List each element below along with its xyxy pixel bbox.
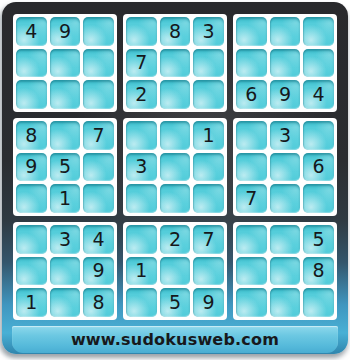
- cell-r3c2[interactable]: [50, 80, 81, 109]
- cell-r8c9[interactable]: 8: [303, 257, 334, 286]
- cell-r3c3[interactable]: [83, 80, 114, 109]
- cell-r4c3[interactable]: 7: [83, 121, 114, 150]
- cell-r8c4[interactable]: 1: [126, 257, 157, 286]
- cell-r3c5[interactable]: [160, 80, 191, 109]
- box-4: 13: [123, 118, 227, 216]
- cell-r2c7[interactable]: [236, 49, 267, 78]
- cell-r5c9[interactable]: 6: [303, 153, 334, 182]
- cell-r6c7[interactable]: 7: [236, 184, 267, 213]
- cell-r6c4[interactable]: [126, 184, 157, 213]
- cell-r7c3[interactable]: 4: [83, 225, 114, 254]
- cell-r8c6[interactable]: [193, 257, 224, 286]
- cell-r2c2[interactable]: [50, 49, 81, 78]
- cell-r4c1[interactable]: 8: [16, 121, 47, 150]
- cell-r9c2[interactable]: [50, 288, 81, 317]
- cell-r9c5[interactable]: 5: [160, 288, 191, 317]
- box-2: 694: [233, 14, 337, 112]
- cell-r4c5[interactable]: [160, 121, 191, 150]
- cell-r7c1[interactable]: [16, 225, 47, 254]
- cell-r8c5[interactable]: [160, 257, 191, 286]
- cell-r4c4[interactable]: [126, 121, 157, 150]
- cell-r3c8[interactable]: 9: [270, 80, 301, 109]
- cell-r8c1[interactable]: [16, 257, 47, 286]
- cell-r5c5[interactable]: [160, 153, 191, 182]
- box-1: 8372: [123, 14, 227, 112]
- cell-r6c3[interactable]: [83, 184, 114, 213]
- cell-r2c8[interactable]: [270, 49, 301, 78]
- cell-r6c2[interactable]: 1: [50, 184, 81, 213]
- cell-r7c6[interactable]: 7: [193, 225, 224, 254]
- cell-r2c1[interactable]: [16, 49, 47, 78]
- sudoku-frame: 4983726948795113367349182715958 www.sudo…: [2, 2, 348, 354]
- cell-r1c4[interactable]: [126, 17, 157, 46]
- footer-bar: www.sudokusweb.com: [12, 326, 338, 353]
- cell-r4c6[interactable]: 1: [193, 121, 224, 150]
- cell-r9c1[interactable]: 1: [16, 288, 47, 317]
- cell-r5c1[interactable]: 9: [16, 153, 47, 182]
- box-6: 34918: [13, 222, 117, 320]
- cell-r2c9[interactable]: [303, 49, 334, 78]
- cell-r3c4[interactable]: 2: [126, 80, 157, 109]
- cell-r6c9[interactable]: [303, 184, 334, 213]
- cell-r9c4[interactable]: [126, 288, 157, 317]
- cell-r5c8[interactable]: [270, 153, 301, 182]
- cell-r7c8[interactable]: [270, 225, 301, 254]
- cell-r2c4[interactable]: 7: [126, 49, 157, 78]
- box-0: 49: [13, 14, 117, 112]
- cell-r5c6[interactable]: [193, 153, 224, 182]
- cell-r1c7[interactable]: [236, 17, 267, 46]
- sudoku-board: 4983726948795113367349182715958: [13, 14, 337, 320]
- cell-r5c3[interactable]: [83, 153, 114, 182]
- cell-r4c2[interactable]: [50, 121, 81, 150]
- cell-r1c8[interactable]: [270, 17, 301, 46]
- cell-r1c1[interactable]: 4: [16, 17, 47, 46]
- cell-r3c7[interactable]: 6: [236, 80, 267, 109]
- box-7: 27159: [123, 222, 227, 320]
- cell-r5c7[interactable]: [236, 153, 267, 182]
- cell-r1c5[interactable]: 8: [160, 17, 191, 46]
- cell-r5c4[interactable]: 3: [126, 153, 157, 182]
- cell-r8c3[interactable]: 9: [83, 257, 114, 286]
- cell-r1c9[interactable]: [303, 17, 334, 46]
- cell-r9c9[interactable]: [303, 288, 334, 317]
- cell-r1c3[interactable]: [83, 17, 114, 46]
- cell-r1c6[interactable]: 3: [193, 17, 224, 46]
- cell-r3c6[interactable]: [193, 80, 224, 109]
- cell-r8c8[interactable]: [270, 257, 301, 286]
- cell-r9c7[interactable]: [236, 288, 267, 317]
- cell-r7c4[interactable]: [126, 225, 157, 254]
- site-url-label[interactable]: www.sudokusweb.com: [71, 330, 279, 349]
- cell-r3c9[interactable]: 4: [303, 80, 334, 109]
- cell-r4c9[interactable]: [303, 121, 334, 150]
- cell-r6c6[interactable]: [193, 184, 224, 213]
- cell-r6c1[interactable]: [16, 184, 47, 213]
- cell-r6c5[interactable]: [160, 184, 191, 213]
- cell-r9c3[interactable]: 8: [83, 288, 114, 317]
- cell-r9c8[interactable]: [270, 288, 301, 317]
- cell-r8c7[interactable]: [236, 257, 267, 286]
- box-8: 58: [233, 222, 337, 320]
- cell-r6c8[interactable]: [270, 184, 301, 213]
- cell-r4c8[interactable]: 3: [270, 121, 301, 150]
- cell-r1c2[interactable]: 9: [50, 17, 81, 46]
- cell-r7c9[interactable]: 5: [303, 225, 334, 254]
- box-3: 87951: [13, 118, 117, 216]
- cell-r3c1[interactable]: [16, 80, 47, 109]
- cell-r9c6[interactable]: 9: [193, 288, 224, 317]
- cell-r2c6[interactable]: [193, 49, 224, 78]
- cell-r7c7[interactable]: [236, 225, 267, 254]
- cell-r8c2[interactable]: [50, 257, 81, 286]
- cell-r2c3[interactable]: [83, 49, 114, 78]
- box-5: 367: [233, 118, 337, 216]
- cell-r4c7[interactable]: [236, 121, 267, 150]
- cell-r7c5[interactable]: 2: [160, 225, 191, 254]
- cell-r7c2[interactable]: 3: [50, 225, 81, 254]
- cell-r5c2[interactable]: 5: [50, 153, 81, 182]
- cell-r2c5[interactable]: [160, 49, 191, 78]
